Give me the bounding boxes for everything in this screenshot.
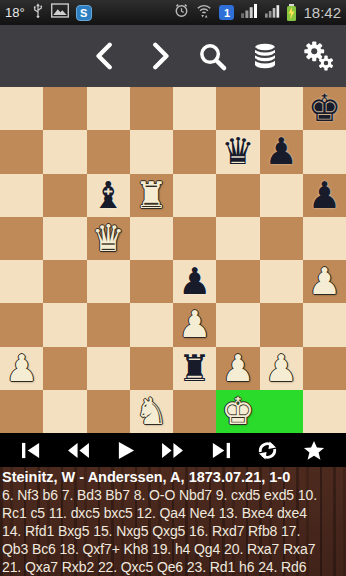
square-c1[interactable] <box>87 390 130 433</box>
temperature-text: 18° <box>5 5 25 20</box>
game-header: Steinitz, W - Anderssen, A, 1873.07.21, … <box>2 468 346 486</box>
square-e4[interactable]: ♟ <box>173 260 216 303</box>
square-g5[interactable] <box>260 217 303 260</box>
signal-icon-2 <box>265 4 280 22</box>
square-h1[interactable] <box>303 390 346 433</box>
play-button[interactable] <box>113 439 139 461</box>
square-a6[interactable] <box>0 174 43 217</box>
square-b1[interactable] <box>43 390 86 433</box>
piece-bK: ♚ <box>308 87 341 130</box>
piece-bB: ♝ <box>92 174 125 217</box>
status-bar: 18° S <box>0 0 346 25</box>
square-d8[interactable] <box>130 87 173 130</box>
moves-line[interactable]: 21. Qxa7 Rxb2 22. Qxc5 Qe6 23. Rd1 h6 24… <box>2 558 346 576</box>
square-f2[interactable]: ♟ <box>216 347 259 390</box>
square-g6[interactable] <box>260 174 303 217</box>
square-d6[interactable]: ♜ <box>130 174 173 217</box>
piece-wP: ♟ <box>221 347 254 390</box>
square-d2[interactable] <box>130 347 173 390</box>
moves-line[interactable]: Rc1 c5 11. dxc5 bxc5 12. Qa4 Ne4 13. Bxe… <box>2 504 346 522</box>
square-b6[interactable] <box>43 174 86 217</box>
notification-badge: 1 <box>219 5 234 20</box>
square-b7[interactable] <box>43 130 86 173</box>
fast-forward-button[interactable] <box>160 439 186 461</box>
square-a2[interactable]: ♟ <box>0 347 43 390</box>
battery-icon <box>287 6 296 21</box>
square-h3[interactable] <box>303 303 346 346</box>
square-h7[interactable] <box>303 130 346 173</box>
square-a4[interactable] <box>0 260 43 303</box>
replay-button[interactable] <box>254 439 280 461</box>
square-b5[interactable] <box>43 217 86 260</box>
square-g4[interactable] <box>260 260 303 303</box>
square-f5[interactable] <box>216 217 259 260</box>
square-c3[interactable] <box>87 303 130 346</box>
square-b2[interactable] <box>43 347 86 390</box>
moves-line[interactable]: 14. Rfd1 Bxg5 15. Nxg5 Qxg5 16. Rxd7 Rfb… <box>2 522 346 540</box>
piece-bP: ♟ <box>308 174 341 217</box>
moves-line[interactable]: 6. Nf3 b6 7. Bd3 Bb7 8. O-O Nbd7 9. cxd5… <box>2 486 346 504</box>
clock-text: 18:42 <box>303 4 341 21</box>
skype-icon: S <box>76 5 92 21</box>
playback-bar <box>0 433 346 467</box>
square-h5[interactable] <box>303 217 346 260</box>
signal-icon <box>241 3 258 22</box>
square-e7[interactable] <box>173 130 216 173</box>
game-notation-panel[interactable]: Steinitz, W - Anderssen, A, 1873.07.21, … <box>0 467 346 576</box>
chess-board: ♚♛♟♝♜♟♛♟♟♟♟♜♟♟♞♚ <box>0 87 346 433</box>
piece-wP: ♟ <box>5 347 38 390</box>
wifi-icon <box>196 3 212 22</box>
square-c6[interactable]: ♝ <box>87 174 130 217</box>
piece-wP: ♟ <box>308 260 341 303</box>
next-game-button[interactable] <box>143 39 175 73</box>
square-h2[interactable] <box>303 347 346 390</box>
square-g3[interactable] <box>260 303 303 346</box>
square-a1[interactable] <box>0 390 43 433</box>
piece-wR: ♜ <box>135 174 168 217</box>
skip-to-end-button[interactable] <box>207 439 233 461</box>
square-a5[interactable] <box>0 217 43 260</box>
square-f3[interactable] <box>216 303 259 346</box>
square-a3[interactable] <box>0 303 43 346</box>
previous-game-button[interactable] <box>90 39 122 73</box>
square-e1[interactable] <box>173 390 216 433</box>
alarm-icon <box>174 3 189 22</box>
piece-wP: ♟ <box>265 347 298 390</box>
piece-bR: ♜ <box>178 347 211 390</box>
piece-wN: ♞ <box>135 390 168 433</box>
square-b3[interactable] <box>43 303 86 346</box>
square-d7[interactable] <box>130 130 173 173</box>
square-c7[interactable] <box>87 130 130 173</box>
database-button[interactable] <box>249 39 281 73</box>
toolbar <box>0 25 346 87</box>
square-d3[interactable] <box>130 303 173 346</box>
square-d1[interactable]: ♞ <box>130 390 173 433</box>
piece-wP: ♟ <box>178 303 211 346</box>
app-screen: 18° S <box>0 0 346 576</box>
piece-bP: ♟ <box>265 130 298 173</box>
square-b8[interactable] <box>43 87 86 130</box>
square-a8[interactable] <box>0 87 43 130</box>
square-d5[interactable] <box>130 217 173 260</box>
square-h6[interactable]: ♟ <box>303 174 346 217</box>
square-g2[interactable]: ♟ <box>260 347 303 390</box>
square-e8[interactable] <box>173 87 216 130</box>
favorite-star-button[interactable] <box>301 439 327 461</box>
square-e3[interactable]: ♟ <box>173 303 216 346</box>
square-g7[interactable]: ♟ <box>260 130 303 173</box>
square-f6[interactable] <box>216 174 259 217</box>
square-g1[interactable] <box>260 390 303 433</box>
moves-line[interactable]: Qb3 Bc6 18. Qxf7+ Kh8 19. h4 Qg4 20. Rxa… <box>2 540 346 558</box>
piece-wQ: ♛ <box>92 217 125 260</box>
square-h4[interactable]: ♟ <box>303 260 346 303</box>
square-f4[interactable] <box>216 260 259 303</box>
piece-bP: ♟ <box>178 260 211 303</box>
square-e2[interactable]: ♜ <box>173 347 216 390</box>
usb-icon <box>32 3 44 23</box>
square-f8[interactable] <box>216 87 259 130</box>
square-h8[interactable]: ♚ <box>303 87 346 130</box>
square-e5[interactable] <box>173 217 216 260</box>
square-c8[interactable] <box>87 87 130 130</box>
square-d4[interactable] <box>130 260 173 303</box>
gallery-icon <box>51 3 69 22</box>
square-f7[interactable]: ♛ <box>216 130 259 173</box>
search-button[interactable] <box>196 39 228 73</box>
square-g8[interactable] <box>260 87 303 130</box>
square-c4[interactable] <box>87 260 130 303</box>
square-f1[interactable]: ♚ <box>216 390 259 433</box>
piece-bQ: ♛ <box>221 130 254 173</box>
square-c2[interactable] <box>87 347 130 390</box>
rewind-button[interactable] <box>66 439 92 461</box>
skip-to-start-button[interactable] <box>19 439 45 461</box>
square-c5[interactable]: ♛ <box>87 217 130 260</box>
settings-button[interactable] <box>302 39 334 73</box>
square-e6[interactable] <box>173 174 216 217</box>
square-a7[interactable] <box>0 130 43 173</box>
square-b4[interactable] <box>43 260 86 303</box>
piece-wK: ♚ <box>221 390 254 433</box>
